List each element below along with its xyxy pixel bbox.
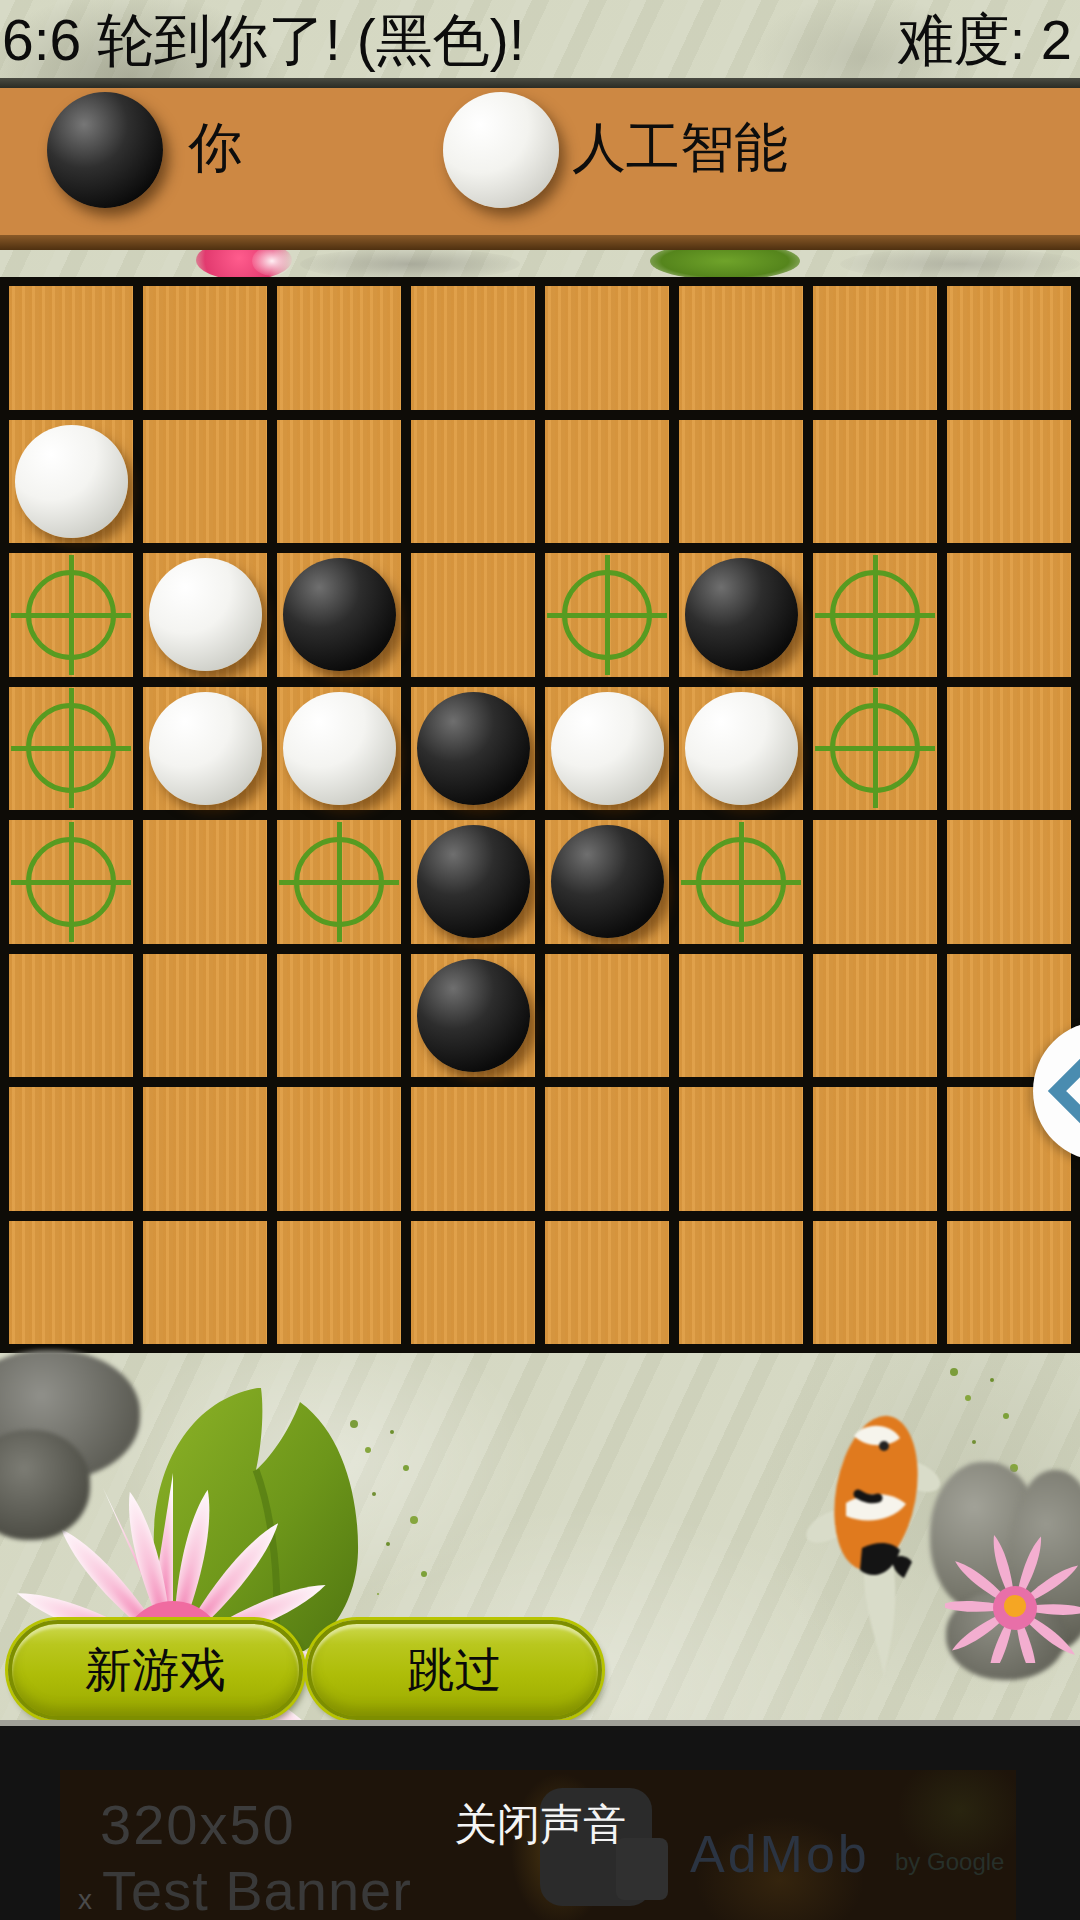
board-cell-g3[interactable] [813,553,937,677]
board-cell-f2[interactable] [679,420,803,544]
board-cell-h2[interactable] [947,420,1071,544]
stone-peek-top2 [840,248,1080,280]
legal-move-hint[interactable] [9,820,133,944]
black-stone [417,959,530,1072]
board-cell-e4[interactable] [545,687,669,811]
ai-label: 人工智能 [572,112,788,185]
legal-move-hint[interactable] [9,553,133,677]
white-stone [149,558,262,671]
ad-close-x[interactable]: x [78,1884,92,1916]
black-stone [283,558,396,671]
difficulty-label: 难度: 2 [898,0,1072,78]
board [0,277,1080,1353]
legal-move-hint[interactable] [679,820,803,944]
white-stone [283,692,396,805]
board-cell-c8[interactable] [277,1221,401,1345]
legal-move-hint[interactable] [813,687,937,811]
legal-move-hint[interactable] [545,553,669,677]
board-cell-d6[interactable] [411,954,535,1078]
board-cell-f8[interactable] [679,1221,803,1345]
legal-move-hint[interactable] [9,687,133,811]
algae-speckles [350,1420,358,1428]
board-cell-a1[interactable] [9,286,133,410]
board-cell-f6[interactable] [679,954,803,1078]
board-cell-c5[interactable] [277,820,401,944]
white-stone [551,692,664,805]
board-cell-a6[interactable] [9,954,133,1078]
board-cell-b1[interactable] [143,286,267,410]
board-cell-g5[interactable] [813,820,937,944]
board-cell-b6[interactable] [143,954,267,1078]
white-player-stone-icon [443,92,559,208]
player-bar-shadow [0,235,1080,250]
black-stone [685,558,798,671]
black-stone [417,825,530,938]
board-cell-d2[interactable] [411,420,535,544]
skip-button[interactable]: 跳过 [307,1620,602,1720]
divider-line [0,78,1080,88]
you-label: 你 [188,112,242,185]
board-cell-g7[interactable] [813,1087,937,1211]
new-game-label: 新游戏 [85,1639,226,1702]
stone-peek-top [300,248,520,280]
board-cell-h5[interactable] [947,820,1071,944]
board-cell-h1[interactable] [947,286,1071,410]
board-cell-c7[interactable] [277,1087,401,1211]
board-cell-d8[interactable] [411,1221,535,1345]
white-stone [15,425,128,538]
algae-speckles-2 [950,1368,958,1376]
board-cell-b2[interactable] [143,420,267,544]
lotus-highlight-top [252,246,292,276]
board-cell-d3[interactable] [411,553,535,677]
board-cell-d5[interactable] [411,820,535,944]
board-cell-e3[interactable] [545,553,669,677]
legal-move-hint[interactable] [813,553,937,677]
board-cell-b4[interactable] [143,687,267,811]
board-cell-f5[interactable] [679,820,803,944]
ad-test-banner-text: Test Banner [102,1858,412,1920]
board-cell-f1[interactable] [679,286,803,410]
board-cell-f4[interactable] [679,687,803,811]
board-cell-f7[interactable] [679,1087,803,1211]
board-cell-d4[interactable] [411,687,535,811]
black-stone [417,692,530,805]
board-cell-e2[interactable] [545,420,669,544]
board-cell-c6[interactable] [277,954,401,1078]
board-cell-e6[interactable] [545,954,669,1078]
skip-label: 跳过 [408,1639,502,1702]
board-cell-a5[interactable] [9,820,133,944]
board-cell-g1[interactable] [813,286,937,410]
board-cell-b3[interactable] [143,553,267,677]
white-stone [685,692,798,805]
board-cell-b7[interactable] [143,1087,267,1211]
board-cell-b5[interactable] [143,820,267,944]
sound-toggle-button[interactable]: 关闭声音 [0,1796,1080,1854]
board-cell-g2[interactable] [813,420,937,544]
board-cell-d7[interactable] [411,1087,535,1211]
board-cell-g8[interactable] [813,1221,937,1345]
board-cell-e7[interactable] [545,1087,669,1211]
chevron-left-icon [1041,1055,1080,1127]
legal-move-hint[interactable] [277,820,401,944]
board-cell-a8[interactable] [9,1221,133,1345]
board-cell-h8[interactable] [947,1221,1071,1345]
board-cell-h3[interactable] [947,553,1071,677]
turn-status-text: 6:6 轮到你了! (黑色)! [2,0,525,78]
white-stone [149,692,262,805]
new-game-button[interactable]: 新游戏 [8,1620,303,1720]
board-cell-b8[interactable] [143,1221,267,1345]
board-cell-d1[interactable] [411,286,535,410]
black-stone [551,825,664,938]
board-cell-a2[interactable] [9,420,133,544]
board-cell-c1[interactable] [277,286,401,410]
board-cell-g6[interactable] [813,954,937,1078]
board-cell-h4[interactable] [947,687,1071,811]
board-cell-c4[interactable] [277,687,401,811]
board-cell-e1[interactable] [545,286,669,410]
board-cell-f3[interactable] [679,553,803,677]
board-cell-c3[interactable] [277,553,401,677]
status-bar: 6:6 轮到你了! (黑色)! 难度: 2 [0,0,1080,78]
board-cell-a3[interactable] [9,553,133,677]
board-cell-e5[interactable] [545,820,669,944]
board-cell-a4[interactable] [9,687,133,811]
board-cell-c2[interactable] [277,420,401,544]
board-cell-a7[interactable] [9,1087,133,1211]
lotus-flower-small [945,1528,1080,1663]
board-cell-e8[interactable] [545,1221,669,1345]
board-cell-g4[interactable] [813,687,937,811]
black-player-stone-icon [47,92,163,208]
